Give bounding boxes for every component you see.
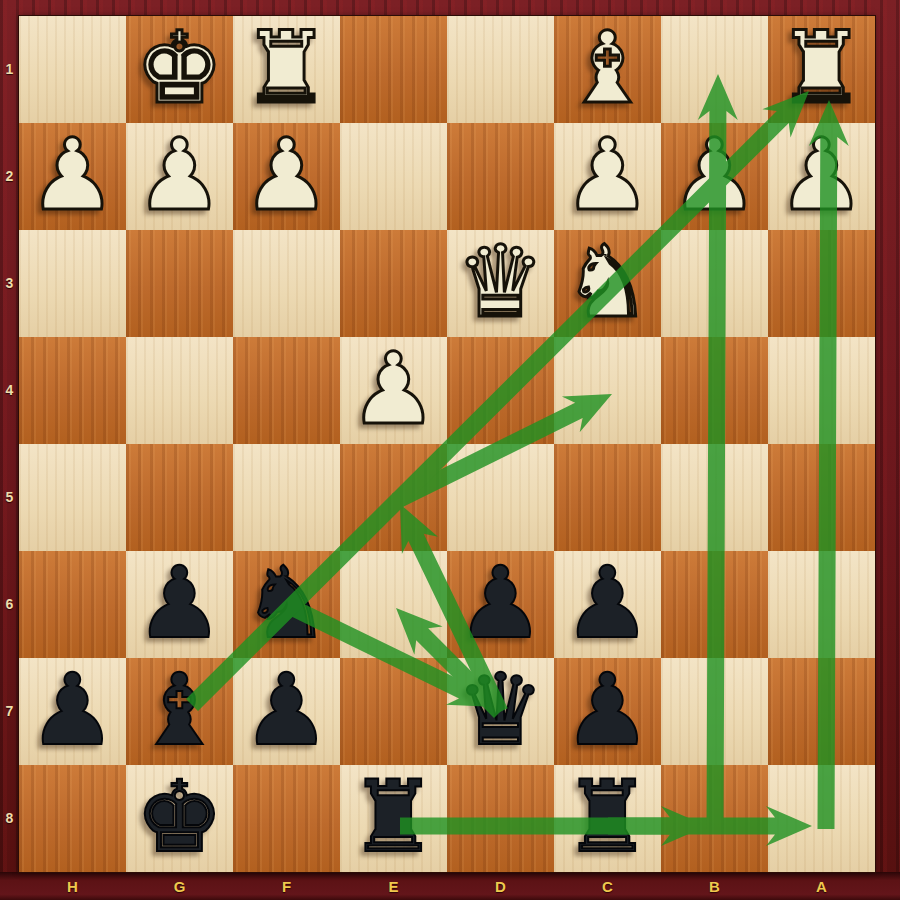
square-d1[interactable] [447, 16, 554, 123]
square-a7[interactable] [768, 658, 875, 765]
square-e4[interactable]: ♟ [340, 337, 447, 444]
square-a4[interactable] [768, 337, 875, 444]
square-c3[interactable]: ♞ [554, 230, 661, 337]
rank-label-6: 6 [0, 596, 19, 612]
square-b1[interactable] [661, 16, 768, 123]
square-a6[interactable] [768, 551, 875, 658]
square-e2[interactable] [340, 123, 447, 230]
square-c6[interactable]: ♟ [554, 551, 661, 658]
piece-black-rook-c8[interactable]: ♜ [554, 765, 661, 872]
square-c8[interactable]: ♜ [554, 765, 661, 872]
square-g7[interactable]: ♝ [126, 658, 233, 765]
piece-black-knight-f6[interactable]: ♞ [233, 551, 340, 658]
rank-label-4: 4 [0, 382, 19, 398]
square-g6[interactable]: ♟ [126, 551, 233, 658]
square-a1[interactable]: ♜ [768, 16, 875, 123]
square-c4[interactable] [554, 337, 661, 444]
square-a2[interactable]: ♟ [768, 123, 875, 230]
square-b3[interactable] [661, 230, 768, 337]
square-g3[interactable] [126, 230, 233, 337]
square-c1[interactable]: ♝ [554, 16, 661, 123]
piece-white-rook-f1[interactable]: ♜ [233, 16, 340, 123]
square-b2[interactable]: ♟ [661, 123, 768, 230]
square-b4[interactable] [661, 337, 768, 444]
piece-black-pawn-c6[interactable]: ♟ [554, 551, 661, 658]
piece-white-knight-c3[interactable]: ♞ [554, 230, 661, 337]
square-f4[interactable] [233, 337, 340, 444]
square-e1[interactable] [340, 16, 447, 123]
square-e8[interactable]: ♜ [340, 765, 447, 872]
square-g4[interactable] [126, 337, 233, 444]
piece-black-rook-e8[interactable]: ♜ [340, 765, 447, 872]
square-f2[interactable]: ♟ [233, 123, 340, 230]
square-h1[interactable] [19, 16, 126, 123]
rank-label-7: 7 [0, 703, 19, 719]
square-d2[interactable] [447, 123, 554, 230]
rank-label-8: 8 [0, 810, 19, 826]
square-h2[interactable]: ♟ [19, 123, 126, 230]
square-d4[interactable] [447, 337, 554, 444]
square-h6[interactable] [19, 551, 126, 658]
piece-black-bishop-g7[interactable]: ♝ [126, 658, 233, 765]
square-h8[interactable] [19, 765, 126, 872]
square-f7[interactable]: ♟ [233, 658, 340, 765]
square-g8[interactable]: ♚ [126, 765, 233, 872]
piece-white-pawn-e4[interactable]: ♟ [340, 337, 447, 444]
square-e5[interactable] [340, 444, 447, 551]
square-d5[interactable] [447, 444, 554, 551]
square-e3[interactable] [340, 230, 447, 337]
square-d7[interactable]: ♛ [447, 658, 554, 765]
square-f1[interactable]: ♜ [233, 16, 340, 123]
piece-white-pawn-c2[interactable]: ♟ [554, 123, 661, 230]
square-d8[interactable] [447, 765, 554, 872]
piece-black-pawn-f7[interactable]: ♟ [233, 658, 340, 765]
file-label-c: C [554, 874, 661, 900]
square-b7[interactable] [661, 658, 768, 765]
rank-label-2: 2 [0, 168, 19, 184]
square-g5[interactable] [126, 444, 233, 551]
rank-label-5: 5 [0, 489, 19, 505]
rank-label-1: 1 [0, 61, 19, 77]
square-h4[interactable] [19, 337, 126, 444]
piece-black-queen-d7[interactable]: ♛ [447, 658, 554, 765]
piece-black-pawn-d6[interactable]: ♟ [447, 551, 554, 658]
file-label-f: F [233, 874, 340, 900]
piece-white-pawn-h2[interactable]: ♟ [19, 123, 126, 230]
piece-white-king-g1[interactable]: ♚ [126, 16, 233, 123]
square-c7[interactable]: ♟ [554, 658, 661, 765]
file-label-b: B [661, 874, 768, 900]
rank-label-3: 3 [0, 275, 19, 291]
square-h7[interactable]: ♟ [19, 658, 126, 765]
square-b5[interactable] [661, 444, 768, 551]
piece-white-bishop-c1[interactable]: ♝ [554, 16, 661, 123]
square-g2[interactable]: ♟ [126, 123, 233, 230]
piece-white-queen-d3[interactable]: ♛ [447, 230, 554, 337]
chess-board: ♚♜♝♜♟♟♟♟♟♟♛♞♟♟♞♟♟♟♝♟♛♟♚♜♜ [19, 16, 875, 872]
piece-white-pawn-a2[interactable]: ♟ [768, 123, 875, 230]
square-h3[interactable] [19, 230, 126, 337]
square-f3[interactable] [233, 230, 340, 337]
square-d3[interactable]: ♛ [447, 230, 554, 337]
file-label-h: H [19, 874, 126, 900]
piece-white-pawn-b2[interactable]: ♟ [661, 123, 768, 230]
piece-black-pawn-c7[interactable]: ♟ [554, 658, 661, 765]
square-c5[interactable] [554, 444, 661, 551]
square-f5[interactable] [233, 444, 340, 551]
square-g1[interactable]: ♚ [126, 16, 233, 123]
square-f6[interactable]: ♞ [233, 551, 340, 658]
file-label-a: A [768, 874, 875, 900]
square-a8[interactable] [768, 765, 875, 872]
piece-black-pawn-h7[interactable]: ♟ [19, 658, 126, 765]
piece-black-pawn-g6[interactable]: ♟ [126, 551, 233, 658]
piece-white-pawn-g2[interactable]: ♟ [126, 123, 233, 230]
square-f8[interactable] [233, 765, 340, 872]
square-b6[interactable] [661, 551, 768, 658]
piece-white-rook-a1[interactable]: ♜ [768, 16, 875, 123]
board-frame: ♚♜♝♜♟♟♟♟♟♟♛♞♟♟♞♟♟♟♝♟♛♟♚♜♜ 12345678HGFEDC… [0, 0, 900, 900]
square-d6[interactable]: ♟ [447, 551, 554, 658]
square-h5[interactable] [19, 444, 126, 551]
square-e7[interactable] [340, 658, 447, 765]
file-label-d: D [447, 874, 554, 900]
file-label-e: E [340, 874, 447, 900]
file-label-g: G [126, 874, 233, 900]
piece-black-king-g8[interactable]: ♚ [126, 765, 233, 872]
square-c2[interactable]: ♟ [554, 123, 661, 230]
piece-white-pawn-f2[interactable]: ♟ [233, 123, 340, 230]
square-e6[interactable] [340, 551, 447, 658]
square-b8[interactable] [661, 765, 768, 872]
square-a5[interactable] [768, 444, 875, 551]
square-a3[interactable] [768, 230, 875, 337]
